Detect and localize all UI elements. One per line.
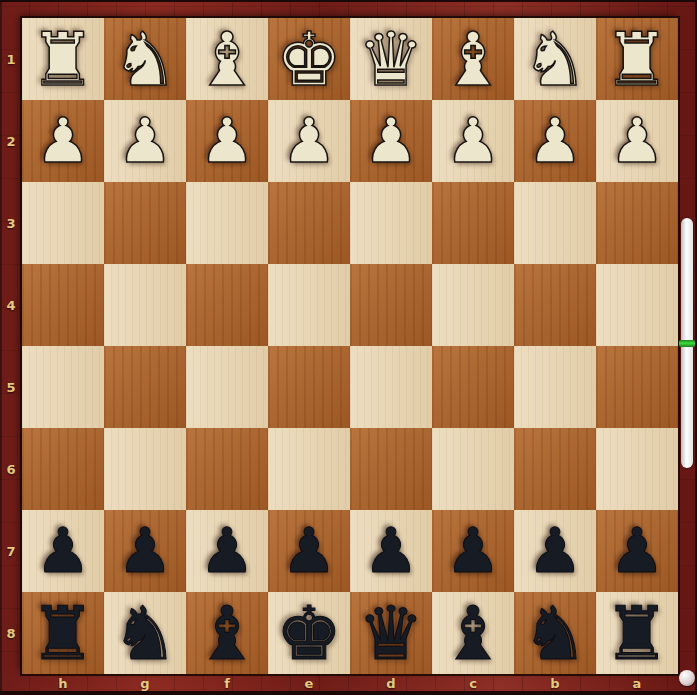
square-g7[interactable]: ♟ — [104, 510, 186, 592]
piece-black-rook-h8[interactable]: ♜ — [22, 592, 104, 674]
piece-white-rook-h1[interactable]: ♜ — [22, 18, 104, 100]
piece-white-queen-d1[interactable]: ♛ — [350, 18, 432, 100]
piece-white-knight-b1[interactable]: ♞ — [514, 18, 596, 100]
square-f5[interactable] — [186, 346, 268, 428]
square-f2[interactable]: ♟ — [186, 100, 268, 182]
square-a2[interactable]: ♟ — [596, 100, 678, 182]
square-h4[interactable] — [22, 264, 104, 346]
square-e2[interactable]: ♟ — [268, 100, 350, 182]
square-f7[interactable]: ♟ — [186, 510, 268, 592]
rank-labels: 12345678 — [0, 18, 22, 674]
square-d7[interactable]: ♟ — [350, 510, 432, 592]
square-h6[interactable] — [22, 428, 104, 510]
piece-black-knight-b8[interactable]: ♞ — [514, 592, 596, 674]
square-f3[interactable] — [186, 182, 268, 264]
square-b2[interactable]: ♟ — [514, 100, 596, 182]
square-g5[interactable] — [104, 346, 186, 428]
square-d5[interactable] — [350, 346, 432, 428]
square-e1[interactable]: ♚ — [268, 18, 350, 100]
square-b4[interactable] — [514, 264, 596, 346]
piece-black-pawn-g7[interactable]: ♟ — [104, 510, 186, 592]
square-a1[interactable]: ♜ — [596, 18, 678, 100]
board: ♜♞♝♚♛♝♞♜♟♟♟♟♟♟♟♟♟♟♟♟♟♟♟♟♜♞♝♚♛♝♞♜ — [22, 18, 678, 674]
piece-white-bishop-c1[interactable]: ♝ — [432, 18, 514, 100]
square-c2[interactable]: ♟ — [432, 100, 514, 182]
file-label-c: c — [432, 674, 514, 695]
square-c6[interactable] — [432, 428, 514, 510]
square-g1[interactable]: ♞ — [104, 18, 186, 100]
square-c7[interactable]: ♟ — [432, 510, 514, 592]
square-b5[interactable] — [514, 346, 596, 428]
square-e3[interactable] — [268, 182, 350, 264]
square-c4[interactable] — [432, 264, 514, 346]
square-b7[interactable]: ♟ — [514, 510, 596, 592]
piece-black-knight-g8[interactable]: ♞ — [104, 592, 186, 674]
square-h2[interactable]: ♟ — [22, 100, 104, 182]
square-a5[interactable] — [596, 346, 678, 428]
piece-white-pawn-a2[interactable]: ♟ — [596, 100, 678, 182]
piece-black-rook-a8[interactable]: ♜ — [596, 592, 678, 674]
eval-marker — [679, 340, 695, 347]
piece-white-pawn-h2[interactable]: ♟ — [22, 100, 104, 182]
corner-ball-button[interactable] — [679, 670, 695, 686]
piece-white-king-e1[interactable]: ♚ — [268, 18, 350, 100]
square-d4[interactable] — [350, 264, 432, 346]
square-h1[interactable]: ♜ — [22, 18, 104, 100]
square-h7[interactable]: ♟ — [22, 510, 104, 592]
file-label-d: d — [350, 674, 432, 695]
rank-label-3: 3 — [0, 182, 22, 264]
piece-black-pawn-b7[interactable]: ♟ — [514, 510, 596, 592]
square-f4[interactable] — [186, 264, 268, 346]
square-h8[interactable]: ♜ — [22, 592, 104, 674]
square-c5[interactable] — [432, 346, 514, 428]
file-label-h: h — [22, 674, 104, 695]
piece-white-pawn-g2[interactable]: ♟ — [104, 100, 186, 182]
square-g3[interactable] — [104, 182, 186, 264]
piece-white-bishop-f1[interactable]: ♝ — [186, 18, 268, 100]
square-c1[interactable]: ♝ — [432, 18, 514, 100]
square-e4[interactable] — [268, 264, 350, 346]
piece-white-pawn-b2[interactable]: ♟ — [514, 100, 596, 182]
piece-white-knight-g1[interactable]: ♞ — [104, 18, 186, 100]
chess-board-window: ♜♞♝♚♛♝♞♜♟♟♟♟♟♟♟♟♟♟♟♟♟♟♟♟♜♞♝♚♛♝♞♜ 1234567… — [0, 0, 697, 695]
file-label-f: f — [186, 674, 268, 695]
piece-black-pawn-h7[interactable]: ♟ — [22, 510, 104, 592]
piece-white-pawn-c2[interactable]: ♟ — [432, 100, 514, 182]
eval-slider[interactable] — [681, 218, 693, 468]
square-e8[interactable]: ♚ — [268, 592, 350, 674]
square-e7[interactable]: ♟ — [268, 510, 350, 592]
square-g2[interactable]: ♟ — [104, 100, 186, 182]
piece-black-pawn-e7[interactable]: ♟ — [268, 510, 350, 592]
square-h5[interactable] — [22, 346, 104, 428]
square-f1[interactable]: ♝ — [186, 18, 268, 100]
square-a6[interactable] — [596, 428, 678, 510]
file-label-e: e — [268, 674, 350, 695]
rank-label-8: 8 — [0, 592, 22, 674]
piece-white-pawn-f2[interactable]: ♟ — [186, 100, 268, 182]
square-b1[interactable]: ♞ — [514, 18, 596, 100]
square-a8[interactable]: ♜ — [596, 592, 678, 674]
square-e6[interactable] — [268, 428, 350, 510]
square-a4[interactable] — [596, 264, 678, 346]
piece-black-pawn-c7[interactable]: ♟ — [432, 510, 514, 592]
rank-label-2: 2 — [0, 100, 22, 182]
rank-label-4: 4 — [0, 264, 22, 346]
square-a3[interactable] — [596, 182, 678, 264]
piece-black-king-e8[interactable]: ♚ — [268, 592, 350, 674]
piece-black-queen-d8[interactable]: ♛ — [350, 592, 432, 674]
square-c8[interactable]: ♝ — [432, 592, 514, 674]
square-f6[interactable] — [186, 428, 268, 510]
square-e5[interactable] — [268, 346, 350, 428]
square-a7[interactable]: ♟ — [596, 510, 678, 592]
file-label-a: a — [596, 674, 678, 695]
piece-black-bishop-f8[interactable]: ♝ — [186, 592, 268, 674]
square-d1[interactable]: ♛ — [350, 18, 432, 100]
piece-white-pawn-d2[interactable]: ♟ — [350, 100, 432, 182]
piece-black-bishop-c8[interactable]: ♝ — [432, 592, 514, 674]
piece-white-pawn-e2[interactable]: ♟ — [268, 100, 350, 182]
square-b6[interactable] — [514, 428, 596, 510]
square-b8[interactable]: ♞ — [514, 592, 596, 674]
piece-black-pawn-a7[interactable]: ♟ — [596, 510, 678, 592]
file-labels: hgfedcba — [22, 674, 678, 695]
rank-label-1: 1 — [0, 18, 22, 100]
square-d3[interactable] — [350, 182, 432, 264]
file-label-g: g — [104, 674, 186, 695]
square-d2[interactable]: ♟ — [350, 100, 432, 182]
square-d8[interactable]: ♛ — [350, 592, 432, 674]
square-g6[interactable] — [104, 428, 186, 510]
square-h3[interactable] — [22, 182, 104, 264]
rank-label-5: 5 — [0, 346, 22, 428]
square-d6[interactable] — [350, 428, 432, 510]
file-label-b: b — [514, 674, 596, 695]
square-g4[interactable] — [104, 264, 186, 346]
piece-black-pawn-f7[interactable]: ♟ — [186, 510, 268, 592]
rank-label-7: 7 — [0, 510, 22, 592]
piece-black-pawn-d7[interactable]: ♟ — [350, 510, 432, 592]
square-f8[interactable]: ♝ — [186, 592, 268, 674]
rank-label-6: 6 — [0, 428, 22, 510]
square-b3[interactable] — [514, 182, 596, 264]
square-g8[interactable]: ♞ — [104, 592, 186, 674]
piece-white-rook-a1[interactable]: ♜ — [596, 18, 678, 100]
square-c3[interactable] — [432, 182, 514, 264]
